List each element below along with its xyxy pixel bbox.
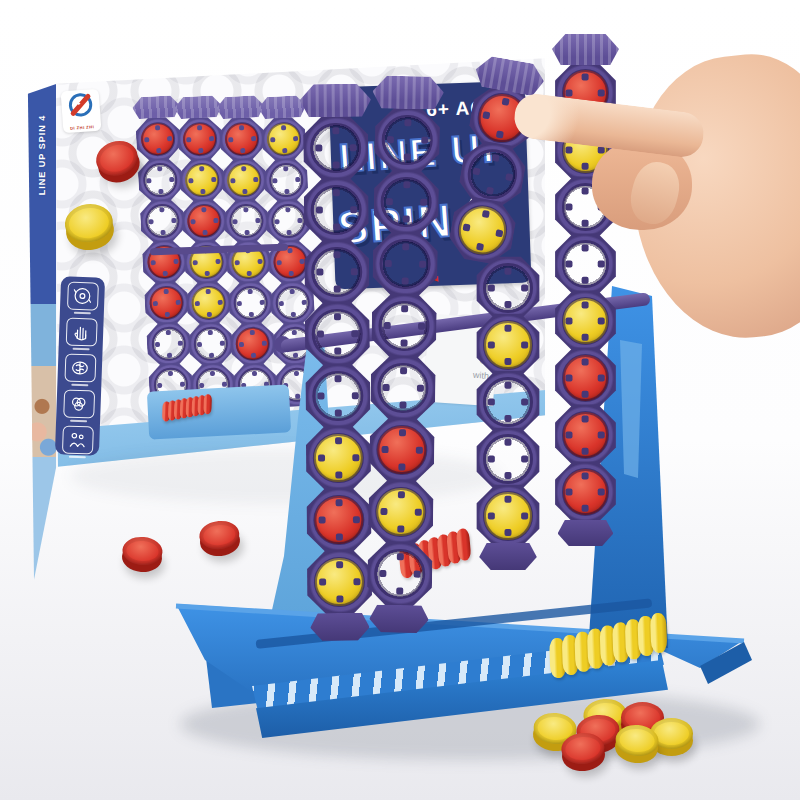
ring-c4-r4[interactable] bbox=[554, 233, 616, 295]
ring-lugs bbox=[582, 261, 589, 268]
ring-c3-r6[interactable] bbox=[476, 370, 540, 434]
ring-lugs bbox=[478, 226, 486, 234]
ring-lugs bbox=[336, 578, 343, 585]
ring-c2-r8[interactable] bbox=[366, 540, 433, 607]
ring-c1-r3[interactable] bbox=[304, 239, 371, 306]
ring-lugs bbox=[333, 268, 340, 275]
ring-c3-r7[interactable] bbox=[476, 427, 540, 491]
ring-lugs bbox=[582, 147, 589, 154]
ring-c2-r1[interactable] bbox=[374, 106, 441, 173]
ring-lugs bbox=[582, 318, 589, 325]
ring-c4-r8[interactable] bbox=[554, 461, 616, 523]
ring-c1-r4[interactable] bbox=[304, 301, 371, 368]
ring-c2-r3[interactable] bbox=[372, 230, 439, 297]
loose-disc-red[interactable] bbox=[121, 542, 163, 574]
column-4-cap[interactable] bbox=[552, 34, 619, 65]
ring-lugs bbox=[397, 508, 404, 515]
ring-lugs bbox=[402, 260, 409, 267]
game-column-3[interactable] bbox=[476, 256, 540, 570]
ring-lugs bbox=[504, 398, 511, 405]
ring-c4-r6[interactable] bbox=[554, 347, 616, 409]
ring-c2-r5[interactable] bbox=[369, 354, 436, 421]
ring-lugs bbox=[498, 114, 506, 122]
ring-lugs bbox=[582, 375, 589, 382]
ring-lugs bbox=[504, 341, 511, 348]
ring-c1-r7[interactable] bbox=[306, 487, 373, 554]
ring-lugs bbox=[335, 454, 342, 461]
ring-lugs bbox=[403, 198, 410, 205]
ring-c1-r5[interactable] bbox=[305, 363, 372, 430]
ring-lugs bbox=[582, 489, 589, 496]
ring-c3-r8[interactable] bbox=[476, 484, 540, 548]
column-3-foot bbox=[479, 543, 537, 570]
ring-lugs bbox=[334, 392, 341, 399]
loose-disc-yellow[interactable] bbox=[614, 730, 660, 765]
ring-lugs bbox=[582, 90, 589, 97]
ring-c3-r5[interactable] bbox=[476, 313, 540, 377]
column-2-cap[interactable] bbox=[372, 75, 444, 109]
ring-lugs bbox=[504, 512, 511, 519]
ring-lugs bbox=[504, 284, 511, 291]
ring-lugs bbox=[582, 204, 589, 211]
ring-c1-r2[interactable] bbox=[303, 177, 370, 244]
column-1-foot bbox=[310, 613, 370, 641]
ring-c2-r4[interactable] bbox=[371, 292, 438, 359]
ring-lugs bbox=[334, 330, 341, 337]
ring-c4-r7[interactable] bbox=[554, 404, 616, 466]
ring-c3-r2[interactable] bbox=[455, 137, 529, 211]
ring-lugs bbox=[398, 446, 405, 453]
loose-disc-red[interactable] bbox=[199, 525, 242, 558]
column-2-foot bbox=[369, 604, 429, 633]
ring-c2-r6[interactable] bbox=[368, 416, 435, 483]
ring-lugs bbox=[582, 432, 589, 439]
ring-lugs bbox=[333, 206, 340, 213]
ring-lugs bbox=[504, 455, 511, 462]
column-4-foot bbox=[558, 520, 614, 546]
ring-c1-r1[interactable] bbox=[302, 115, 369, 182]
ring-c1-r6[interactable] bbox=[305, 425, 372, 492]
game-column-2[interactable] bbox=[363, 75, 444, 633]
ring-c2-r2[interactable] bbox=[373, 168, 440, 235]
ring-c2-r7[interactable] bbox=[367, 478, 434, 545]
ring-lugs bbox=[335, 516, 342, 523]
ring-lugs bbox=[332, 144, 339, 151]
ring-lugs bbox=[404, 136, 411, 143]
ring-lugs bbox=[396, 570, 403, 577]
ring-c3-r4[interactable] bbox=[476, 256, 540, 320]
ring-c4-r5[interactable] bbox=[554, 290, 616, 352]
tray-disc-yellow[interactable] bbox=[650, 613, 667, 654]
loose-disc-red[interactable] bbox=[561, 738, 607, 773]
ring-lugs bbox=[400, 322, 407, 329]
ring-lugs bbox=[488, 170, 496, 178]
column-1-cap[interactable] bbox=[300, 84, 372, 118]
ring-lugs bbox=[399, 384, 406, 391]
